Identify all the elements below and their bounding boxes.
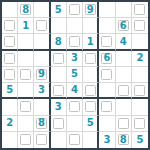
cell-r4c6[interactable] — [83, 51, 99, 67]
even-cell-marker — [101, 69, 112, 80]
cell-r7c6[interactable] — [83, 99, 99, 115]
even-cell-marker — [53, 53, 64, 64]
even-cell-marker — [4, 69, 15, 80]
cell-r3c7[interactable] — [99, 34, 115, 50]
cell-r1c1[interactable] — [2, 2, 18, 18]
cell-r9c2[interactable] — [18, 132, 34, 148]
cell-r8c2[interactable] — [18, 116, 34, 132]
cell-r6c4[interactable] — [51, 83, 67, 99]
cell-r5c8[interactable] — [116, 67, 132, 83]
cell-r2c9[interactable] — [132, 18, 148, 34]
cell-r1c9[interactable] — [132, 2, 148, 18]
given-digit: 8 — [55, 37, 62, 47]
cell-r2c5[interactable] — [67, 18, 83, 34]
cell-r7c9[interactable] — [132, 99, 148, 115]
even-cell-marker — [53, 118, 64, 129]
cell-r6c2[interactable] — [18, 83, 34, 99]
even-cell-marker — [4, 53, 15, 64]
cell-r9c5[interactable] — [67, 132, 83, 148]
cell-r9c3[interactable] — [34, 132, 50, 148]
even-cell-marker — [53, 85, 64, 96]
even-cell-marker — [69, 101, 80, 112]
even-cell-marker — [4, 20, 15, 31]
cell-r6c5[interactable]: 4 — [67, 83, 83, 99]
cell-r9c6[interactable] — [83, 132, 99, 148]
cell-r3c4[interactable]: 8 — [51, 34, 67, 50]
given-digit: 9 — [38, 69, 45, 79]
even-cell-marker — [101, 36, 112, 47]
cell-r3c9[interactable] — [132, 34, 148, 50]
given-digit: 8 — [120, 135, 127, 145]
cell-r3c6[interactable]: 1 — [83, 34, 99, 50]
given-digit: 8 — [38, 118, 45, 128]
even-cell-marker — [69, 134, 80, 145]
given-digit: 8 — [22, 5, 29, 15]
given-digit: 1 — [87, 37, 94, 47]
given-digit: 2 — [6, 118, 13, 128]
cell-r9c9[interactable]: 5 — [132, 132, 148, 148]
even-cell-marker — [134, 85, 145, 96]
given-digit: 4 — [71, 85, 78, 95]
cell-r7c8[interactable] — [116, 99, 132, 115]
cell-r1c6[interactable]: 9 — [83, 2, 99, 18]
given-digit: 5 — [6, 85, 13, 95]
cell-r4c8[interactable] — [116, 51, 132, 67]
cell-r2c1[interactable] — [2, 18, 18, 34]
cell-r7c5[interactable] — [67, 99, 83, 115]
sudoku-board: 85916814362955343285385 — [0, 0, 150, 150]
even-cell-marker — [20, 69, 31, 80]
cell-r5c4[interactable] — [51, 67, 67, 83]
even-cell-marker — [36, 134, 47, 145]
cell-r2c2[interactable]: 1 — [18, 18, 34, 34]
cell-r8c4[interactable] — [51, 116, 67, 132]
even-cell-marker — [118, 118, 129, 129]
cell-r3c2[interactable] — [18, 34, 34, 50]
cell-r8c8[interactable] — [116, 116, 132, 132]
given-digit: 5 — [136, 135, 143, 145]
cell-r1c3[interactable] — [34, 2, 50, 18]
even-cell-marker — [85, 53, 96, 64]
cell-r6c8[interactable] — [116, 83, 132, 99]
given-digit: 5 — [71, 69, 78, 79]
cell-r2c3[interactable] — [34, 18, 50, 34]
even-cell-marker — [4, 36, 15, 47]
given-digit: 6 — [103, 53, 110, 63]
cell-r1c5[interactable] — [67, 2, 83, 18]
cell-r4c1[interactable] — [2, 51, 18, 67]
even-cell-marker — [69, 36, 80, 47]
even-cell-marker — [20, 134, 31, 145]
cell-r9c1[interactable] — [2, 132, 18, 148]
cell-r7c2[interactable] — [18, 99, 34, 115]
cell-r2c8[interactable]: 6 — [116, 18, 132, 34]
cell-r7c3[interactable] — [34, 99, 50, 115]
cell-r5c3[interactable]: 9 — [34, 67, 50, 83]
even-cell-marker — [20, 101, 31, 112]
cell-r9c8[interactable]: 8 — [116, 132, 132, 148]
given-digit: 3 — [71, 53, 78, 63]
cell-r2c4[interactable] — [51, 18, 67, 34]
cell-r6c7[interactable] — [99, 83, 115, 99]
cell-r9c7[interactable]: 3 — [99, 132, 115, 148]
cell-r3c1[interactable] — [2, 34, 18, 50]
given-digit: 3 — [55, 102, 62, 112]
cell-r4c5[interactable]: 3 — [67, 51, 83, 67]
cell-r4c7[interactable]: 6 — [99, 51, 115, 67]
even-cell-marker — [134, 4, 145, 15]
even-cell-marker — [118, 85, 129, 96]
cell-r7c1[interactable] — [2, 99, 18, 115]
cell-r8c6[interactable]: 5 — [83, 116, 99, 132]
cell-r7c4[interactable]: 3 — [51, 99, 67, 115]
cell-r8c5[interactable] — [67, 116, 83, 132]
given-digit: 2 — [136, 53, 143, 63]
even-cell-marker — [134, 20, 145, 31]
given-digit: 9 — [87, 5, 94, 15]
even-cell-marker — [134, 118, 145, 129]
even-cell-marker — [85, 101, 96, 112]
cell-r4c9[interactable]: 2 — [132, 51, 148, 67]
even-cell-marker — [36, 20, 47, 31]
cell-r3c5[interactable] — [67, 34, 83, 50]
cell-r8c7[interactable] — [99, 116, 115, 132]
cell-r5c6[interactable] — [83, 67, 99, 83]
cell-r1c2[interactable]: 8 — [18, 2, 34, 18]
cell-r1c7[interactable] — [99, 2, 115, 18]
cell-r6c9[interactable] — [132, 83, 148, 99]
cell-r8c9[interactable] — [132, 116, 148, 132]
cell-r8c1[interactable]: 2 — [2, 116, 18, 132]
even-cell-marker — [101, 101, 112, 112]
given-digit: 5 — [55, 5, 62, 15]
cell-r2c7[interactable] — [99, 18, 115, 34]
cell-r4c4[interactable] — [51, 51, 67, 67]
cell-r8c3[interactable]: 8 — [34, 116, 50, 132]
cell-r6c3[interactable]: 3 — [34, 83, 50, 99]
even-cell-marker — [85, 85, 96, 96]
cell-r2c6[interactable] — [83, 18, 99, 34]
cell-r5c2[interactable] — [18, 67, 34, 83]
given-digit: 5 — [87, 118, 94, 128]
cell-r6c6[interactable] — [83, 83, 99, 99]
given-digit: 6 — [120, 21, 127, 31]
cell-r1c8[interactable] — [116, 2, 132, 18]
cell-r5c7[interactable] — [99, 67, 115, 83]
given-digit: 3 — [38, 85, 45, 95]
cell-r7c7[interactable] — [99, 99, 115, 115]
cell-r3c3[interactable] — [34, 34, 50, 50]
given-digit: 4 — [120, 37, 127, 47]
cell-r4c2[interactable] — [18, 51, 34, 67]
cell-r5c9[interactable] — [132, 67, 148, 83]
cell-r4c3[interactable] — [34, 51, 50, 67]
given-digit: 3 — [103, 135, 110, 145]
even-cell-marker — [69, 4, 80, 15]
cell-r3c8[interactable]: 4 — [116, 34, 132, 50]
given-digit: 1 — [22, 21, 29, 31]
cell-r9c4[interactable] — [51, 132, 67, 148]
cell-r5c5[interactable]: 5 — [67, 67, 83, 83]
cell-r1c4[interactable]: 5 — [51, 2, 67, 18]
cell-r5c1[interactable] — [2, 67, 18, 83]
cell-r6c1[interactable]: 5 — [2, 83, 18, 99]
